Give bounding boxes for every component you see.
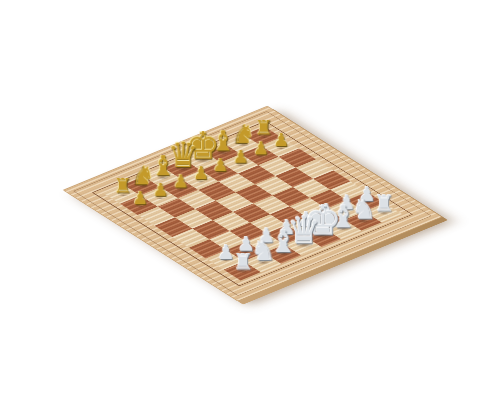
scene: ♜♞♝♛♚♝♞♜♟♟♟♟♟♟♟♟♟♟♟♟♟♟♟♟♜♞♝♛♚♝♞♜ [0, 0, 500, 400]
piece-white-rook[interactable]: ♜ [221, 252, 265, 271]
photo-background: ♜♞♝♛♚♝♞♜♟♟♟♟♟♟♟♟♟♟♟♟♟♟♟♟♜♞♝♛♚♝♞♜ [0, 0, 500, 400]
chess-board: ♜♞♝♛♚♝♞♜♟♟♟♟♟♟♟♟♟♟♟♟♟♟♟♟♜♞♝♛♚♝♞♜ [63, 106, 443, 302]
piece-black-pawn[interactable]: ♟ [118, 191, 162, 206]
